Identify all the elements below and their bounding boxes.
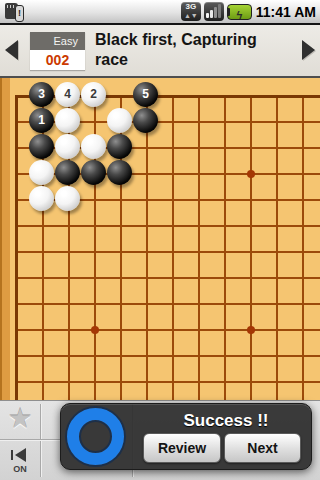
- stone-white: [29, 160, 54, 185]
- prev-problem-button[interactable]: [5, 40, 18, 60]
- battery-charging-icon: ϟ: [227, 4, 252, 20]
- status-bar: ! 3G ▲▼ ϟ 11:41 AM: [0, 0, 320, 25]
- mobile-data-3g-icon: 3G ▲▼: [181, 2, 201, 21]
- review-button[interactable]: Review: [143, 433, 221, 463]
- star-point: [247, 326, 255, 334]
- sd-card-warning-icon: !: [15, 5, 24, 22]
- stone-black: [107, 160, 132, 185]
- grid-line-horizontal: [17, 277, 320, 279]
- stone-black: [55, 160, 80, 185]
- speaker-icon: [11, 448, 29, 462]
- puzzle-title: Black first, Capturing race: [95, 30, 291, 70]
- grid-line-horizontal: [17, 225, 320, 227]
- status-bar-right: 3G ▲▼ ϟ 11:41 AM: [181, 0, 318, 23]
- stone-white: 2: [81, 82, 106, 107]
- star-point: [247, 170, 255, 178]
- grid-line-horizontal: [17, 303, 320, 305]
- problem-number: 002: [30, 50, 85, 70]
- data-arrows-icon: ▲▼: [181, 12, 201, 19]
- favorite-star-button[interactable]: ★: [0, 401, 40, 439]
- charging-bolt-icon: ϟ: [236, 9, 242, 21]
- sound-toggle-button[interactable]: ON: [0, 440, 40, 480]
- 3g-label: 3G: [185, 2, 196, 11]
- stone-white: [55, 134, 80, 159]
- sound-state-label: ON: [0, 464, 40, 474]
- stone-black: [29, 134, 54, 159]
- stone-black: [81, 160, 106, 185]
- stone-white: [107, 108, 132, 133]
- stone-white: [55, 108, 80, 133]
- stone-white: [81, 134, 106, 159]
- grid-line-horizontal: [17, 329, 320, 331]
- app-screen: ! 3G ▲▼ ϟ 11:41 AM Easy 002 Black first,…: [0, 0, 320, 480]
- stone-black: [107, 134, 132, 159]
- grid-line-horizontal: [17, 355, 320, 357]
- clock: 11:41 AM: [255, 4, 318, 20]
- difficulty-label: Easy: [30, 32, 85, 50]
- grid-line-horizontal: [17, 381, 320, 383]
- puzzle-header: Easy 002 Black first, Capturing race: [0, 25, 320, 78]
- star-point: [91, 326, 99, 334]
- next-problem-button[interactable]: [302, 40, 315, 60]
- result-title: Success !!: [161, 411, 291, 431]
- stone-white: 4: [55, 82, 80, 107]
- problem-selector[interactable]: Easy 002: [30, 32, 85, 70]
- stone-black: 5: [133, 82, 158, 107]
- grid-line-horizontal: [17, 251, 320, 253]
- stone-black: [133, 108, 158, 133]
- stone-black: 3: [29, 82, 54, 107]
- stone-white: [29, 186, 54, 211]
- correct-ring-icon: [67, 408, 124, 465]
- stone-black: 1: [29, 108, 54, 133]
- toolbar-divider: [40, 404, 41, 477]
- stone-white: [55, 186, 80, 211]
- signal-strength-icon: [204, 2, 224, 21]
- star-icon: ★: [7, 403, 32, 434]
- next-button[interactable]: Next: [224, 433, 301, 463]
- result-dialog: Success !! Review Next: [60, 403, 312, 470]
